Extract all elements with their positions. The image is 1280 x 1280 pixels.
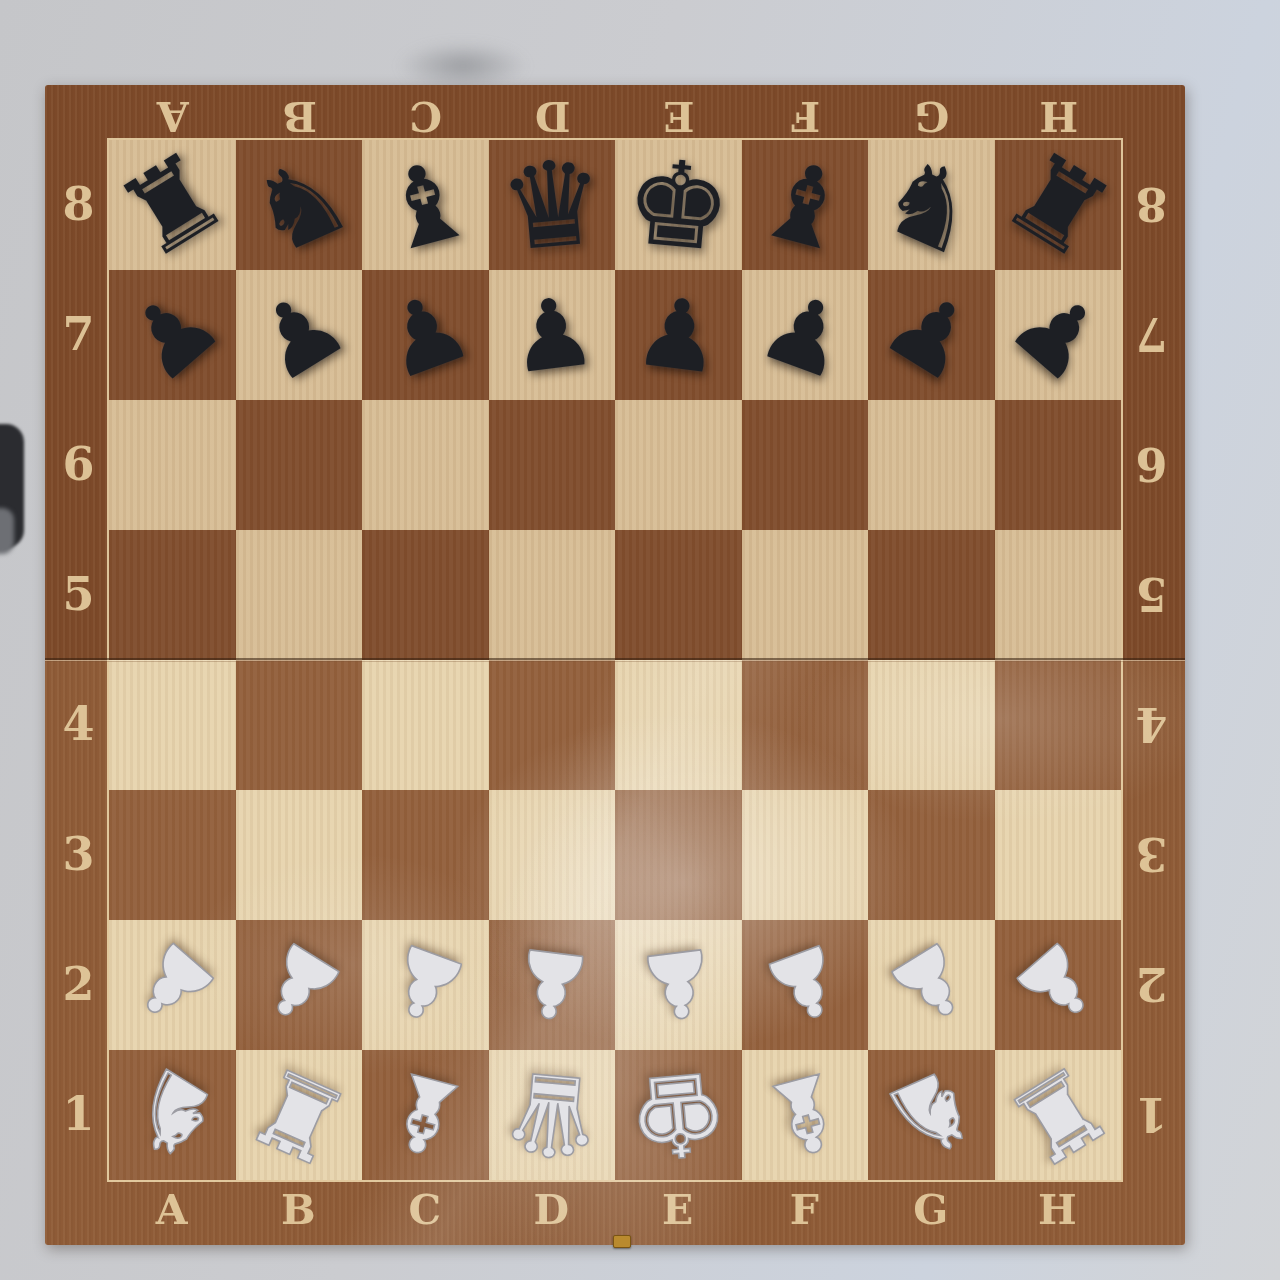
rank-label-left-3: 3 <box>55 828 103 880</box>
white-rook-b1[interactable]: ♜ <box>215 1030 383 1200</box>
black-pawn-h7[interactable]: ♟ <box>967 244 1148 425</box>
file-label-bottom-d: D <box>489 1187 616 1233</box>
white-rook-h1[interactable]: ♜ <box>970 1026 1146 1203</box>
file-label-bottom-e: E <box>615 1187 742 1233</box>
file-label-top-b: B <box>236 93 363 139</box>
black-bishop-c8[interactable]: ♝ <box>347 126 503 284</box>
file-label-top-g: G <box>868 93 995 139</box>
edge-object-gray <box>0 508 14 554</box>
file-label-bottom-g: G <box>868 1187 995 1233</box>
white-bishop-f1[interactable]: ♝ <box>727 1036 883 1194</box>
file-label-bottom-b: B <box>236 1187 363 1233</box>
black-bishop-f8[interactable]: ♝ <box>727 126 883 284</box>
pieces-layer: ♜♞♝♛♚♝♞♜♟♟♟♟♟♟♟♟♟♟♟♟♟♟♟♟♞♜♝♛♚♝♞♜ <box>109 140 1121 1180</box>
rank-label-right-3: 3 <box>1127 828 1175 880</box>
rank-label-right-5: 5 <box>1127 568 1175 620</box>
file-label-bottom-a: A <box>109 1187 236 1233</box>
file-label-bottom-h: H <box>995 1187 1122 1233</box>
white-king-e1[interactable]: ♚ <box>609 1045 747 1186</box>
background-shadow <box>398 42 528 90</box>
black-king-e8[interactable]: ♚ <box>609 135 747 276</box>
black-pawn-c7[interactable]: ♟ <box>343 252 507 418</box>
rank-label-left-5: 5 <box>55 568 103 620</box>
rank-label-left-6: 6 <box>55 438 103 490</box>
chess-board: AABBCCDDEEFFGGHH8877665544332211 ♜♞♝♛♚♝♞… <box>45 85 1185 1245</box>
rank-label-left-4: 4 <box>55 698 103 750</box>
black-pawn-d7[interactable]: ♟ <box>481 263 623 408</box>
rank-label-right-6: 6 <box>1127 438 1175 490</box>
white-pawn-e2[interactable]: ♟ <box>607 913 749 1058</box>
white-pawn-d2[interactable]: ♟ <box>481 913 623 1058</box>
white-pawn-c2[interactable]: ♟ <box>343 902 507 1068</box>
white-queen-d1[interactable]: ♛ <box>483 1045 621 1186</box>
black-pawn-e7[interactable]: ♟ <box>607 263 749 408</box>
chess-board-photo: AABBCCDDEEFFGGHH8877665544332211 ♜♞♝♛♚♝♞… <box>0 0 1280 1280</box>
black-queen-d8[interactable]: ♛ <box>483 135 621 276</box>
white-bishop-c1[interactable]: ♝ <box>347 1036 503 1194</box>
hinge-pin <box>613 1235 631 1248</box>
rank-label-right-4: 4 <box>1127 698 1175 750</box>
